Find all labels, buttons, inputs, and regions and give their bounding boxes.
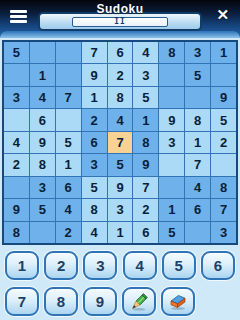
cell-r9c1[interactable]: 8 [4,222,29,243]
cell-r9c9[interactable]: 3 [211,222,236,243]
cell-r8c3[interactable]: 4 [56,199,81,220]
eraser-button[interactable] [161,287,195,316]
key-1[interactable]: 1 [5,251,39,280]
cell-r5c6[interactable]: 8 [133,132,158,153]
cell-r5c8[interactable]: 1 [185,132,210,153]
cell-r4c8[interactable]: 8 [185,109,210,130]
cell-r5c2[interactable]: 9 [30,132,55,153]
cell-r7c4[interactable]: 5 [82,177,107,198]
cell-r1c3[interactable] [56,42,81,63]
key-6[interactable]: 6 [201,251,235,280]
cell-r5c9[interactable]: 2 [211,132,236,153]
cell-r6c4[interactable]: 3 [82,154,107,175]
sudoku-board: 5764831192353471859624198549567831228135… [2,40,238,245]
pause-button[interactable]: II [72,17,168,27]
cell-r1c4[interactable]: 7 [82,42,107,63]
cell-r2c2[interactable]: 1 [30,64,55,85]
cell-r4c7[interactable]: 9 [159,109,184,130]
cell-r6c7[interactable] [159,154,184,175]
cell-r6c8[interactable]: 7 [185,154,210,175]
keypad: 123456 789 [0,245,240,316]
cell-r6c1[interactable]: 2 [4,154,29,175]
cell-r3c6[interactable]: 5 [133,87,158,108]
cell-r3c5[interactable]: 8 [108,87,133,108]
pencil-button[interactable] [122,287,156,316]
key-2[interactable]: 2 [44,251,78,280]
cell-r2c8[interactable]: 5 [185,64,210,85]
cell-r7c8[interactable]: 4 [185,177,210,198]
cell-r4c3[interactable] [56,109,81,130]
cell-r1c1[interactable]: 5 [4,42,29,63]
cell-r1c6[interactable]: 4 [133,42,158,63]
cell-r4c4[interactable]: 2 [82,109,107,130]
title-bar: Sudoku ✕ II [0,0,240,38]
cell-r8c7[interactable]: 1 [159,199,184,220]
cell-r4c9[interactable]: 5 [211,109,236,130]
cell-r1c8[interactable]: 3 [185,42,210,63]
key-5[interactable]: 5 [162,251,196,280]
cell-r9c4[interactable]: 4 [82,222,107,243]
keypad-row-2: 789 [5,287,235,316]
cell-r7c7[interactable] [159,177,184,198]
cell-r2c5[interactable]: 2 [108,64,133,85]
key-9[interactable]: 9 [83,287,117,316]
cell-r1c9[interactable]: 1 [211,42,236,63]
cell-r5c1[interactable]: 4 [4,132,29,153]
cell-r4c6[interactable]: 1 [133,109,158,130]
cell-r1c2[interactable] [30,42,55,63]
cell-r5c4[interactable]: 6 [82,132,107,153]
cell-r5c3[interactable]: 5 [56,132,81,153]
cell-r3c2[interactable]: 4 [30,87,55,108]
cell-r9c5[interactable]: 1 [108,222,133,243]
cell-r9c2[interactable] [30,222,55,243]
cell-r8c2[interactable]: 5 [30,199,55,220]
cell-r2c9[interactable] [211,64,236,85]
cell-r8c1[interactable]: 9 [4,199,29,220]
cell-r1c5[interactable]: 6 [108,42,133,63]
page-title: Sudoku [0,2,240,16]
cell-r4c1[interactable] [4,109,29,130]
cell-r8c9[interactable]: 7 [211,199,236,220]
key-4[interactable]: 4 [123,251,157,280]
cell-r3c3[interactable]: 7 [56,87,81,108]
cell-r6c2[interactable]: 8 [30,154,55,175]
cell-r9c3[interactable]: 2 [56,222,81,243]
cell-r8c4[interactable]: 8 [82,199,107,220]
cell-r8c8[interactable]: 6 [185,199,210,220]
cell-r4c2[interactable]: 6 [30,109,55,130]
cell-r9c8[interactable] [185,222,210,243]
cell-r3c1[interactable]: 3 [4,87,29,108]
cell-r7c9[interactable]: 8 [211,177,236,198]
cell-r7c1[interactable] [4,177,29,198]
eraser-icon [168,292,188,312]
keypad-row-1: 123456 [5,251,235,280]
key-8[interactable]: 8 [44,287,78,316]
cell-r6c5[interactable]: 5 [108,154,133,175]
cell-r4c5[interactable]: 4 [108,109,133,130]
cell-r6c3[interactable]: 1 [56,154,81,175]
cell-r7c6[interactable]: 7 [133,177,158,198]
cell-r2c3[interactable] [56,64,81,85]
cell-r5c5[interactable]: 7 [108,132,133,153]
cell-r2c7[interactable] [159,64,184,85]
cell-r3c7[interactable] [159,87,184,108]
cell-r7c2[interactable]: 3 [30,177,55,198]
close-icon[interactable]: ✕ [216,7,229,22]
cell-r2c1[interactable] [4,64,29,85]
cell-r9c6[interactable]: 6 [133,222,158,243]
cell-r1c7[interactable]: 8 [159,42,184,63]
cell-r6c6[interactable]: 9 [133,154,158,175]
cell-r6c9[interactable] [211,154,236,175]
cell-r2c6[interactable]: 3 [133,64,158,85]
cell-r2c4[interactable]: 9 [82,64,107,85]
cell-r7c3[interactable]: 6 [56,177,81,198]
pencil-icon [129,292,149,312]
cell-r9c7[interactable]: 5 [159,222,184,243]
cell-r3c8[interactable] [185,87,210,108]
cell-r7c5[interactable]: 9 [108,177,133,198]
key-3[interactable]: 3 [83,251,117,280]
cell-r3c9[interactable]: 9 [211,87,236,108]
key-7[interactable]: 7 [5,287,39,316]
sudoku-app: Sudoku ✕ II 5764831192353471859624198549… [0,0,240,320]
cell-r3c4[interactable]: 1 [82,87,107,108]
cell-r8c5[interactable]: 3 [108,199,133,220]
cell-r5c7[interactable]: 3 [159,132,184,153]
cell-r8c6[interactable]: 2 [133,199,158,220]
